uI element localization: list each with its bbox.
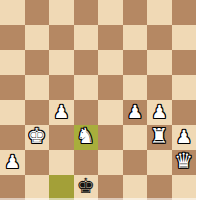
square-g4[interactable]: ♟	[147, 100, 172, 125]
square-b8[interactable]	[25, 0, 50, 25]
white-pawn[interactable]: ♟	[4, 153, 20, 171]
square-h5[interactable]	[172, 75, 197, 100]
square-a8[interactable]	[0, 0, 25, 25]
square-b6[interactable]	[25, 50, 50, 75]
square-c7[interactable]	[49, 25, 74, 50]
square-e4[interactable]	[98, 100, 123, 125]
square-f7[interactable]	[123, 25, 148, 50]
square-g8[interactable]	[147, 0, 172, 25]
white-pawn[interactable]: ♟	[127, 103, 143, 121]
square-f5[interactable]	[123, 75, 148, 100]
square-e8[interactable]	[98, 0, 123, 25]
square-a3[interactable]	[0, 125, 25, 150]
white-queen[interactable]: ♛	[174, 151, 193, 172]
square-a7[interactable]	[0, 25, 25, 50]
square-b5[interactable]	[25, 75, 50, 100]
square-d8[interactable]	[74, 0, 99, 25]
square-a5[interactable]	[0, 75, 25, 100]
white-pawn[interactable]: ♟	[53, 103, 69, 121]
square-e2[interactable]	[98, 150, 123, 175]
square-d5[interactable]	[74, 75, 99, 100]
chess-board: ♟♟♟♚♞♜♟♟♛♚	[0, 0, 196, 200]
square-b1[interactable]	[25, 175, 50, 200]
square-c5[interactable]	[49, 75, 74, 100]
square-c4[interactable]: ♟	[49, 100, 74, 125]
chess-board-container: ♟♟♟♚♞♜♟♟♛♚	[0, 0, 196, 200]
square-h6[interactable]	[172, 50, 197, 75]
square-h1[interactable]	[172, 175, 197, 200]
square-b3[interactable]: ♚	[25, 125, 50, 150]
square-f8[interactable]	[123, 0, 148, 25]
square-g2[interactable]	[147, 150, 172, 175]
square-d2[interactable]	[74, 150, 99, 175]
square-d3[interactable]: ♞	[74, 125, 99, 150]
square-g3[interactable]: ♜	[147, 125, 172, 150]
square-e5[interactable]	[98, 75, 123, 100]
square-h2[interactable]: ♛	[172, 150, 197, 175]
white-knight[interactable]: ♞	[76, 126, 95, 147]
square-h7[interactable]	[172, 25, 197, 50]
square-g1[interactable]	[147, 175, 172, 200]
square-h3[interactable]: ♟	[172, 125, 197, 150]
square-a2[interactable]: ♟	[0, 150, 25, 175]
square-d4[interactable]	[74, 100, 99, 125]
square-e6[interactable]	[98, 50, 123, 75]
square-g6[interactable]	[147, 50, 172, 75]
square-c8[interactable]	[49, 0, 74, 25]
square-d1[interactable]: ♚	[74, 175, 99, 200]
square-e3[interactable]	[98, 125, 123, 150]
white-king[interactable]: ♚	[27, 126, 46, 147]
square-a4[interactable]	[0, 100, 25, 125]
square-f2[interactable]	[123, 150, 148, 175]
white-rook[interactable]: ♜	[150, 126, 169, 147]
square-f3[interactable]	[123, 125, 148, 150]
square-c3[interactable]	[49, 125, 74, 150]
square-f6[interactable]	[123, 50, 148, 75]
square-c1[interactable]	[49, 175, 74, 200]
square-f4[interactable]: ♟	[123, 100, 148, 125]
square-b4[interactable]	[25, 100, 50, 125]
square-f1[interactable]	[123, 175, 148, 200]
white-pawn[interactable]: ♟	[176, 128, 192, 146]
square-e1[interactable]	[98, 175, 123, 200]
square-h8[interactable]	[172, 0, 197, 25]
white-pawn[interactable]: ♟	[151, 103, 167, 121]
square-a1[interactable]	[0, 175, 25, 200]
black-king[interactable]: ♚	[76, 176, 95, 197]
square-e7[interactable]	[98, 25, 123, 50]
square-h4[interactable]	[172, 100, 197, 125]
square-c2[interactable]	[49, 150, 74, 175]
square-b2[interactable]	[25, 150, 50, 175]
square-g5[interactable]	[147, 75, 172, 100]
square-a6[interactable]	[0, 50, 25, 75]
square-g7[interactable]	[147, 25, 172, 50]
square-c6[interactable]	[49, 50, 74, 75]
square-b7[interactable]	[25, 25, 50, 50]
square-d6[interactable]	[74, 50, 99, 75]
square-d7[interactable]	[74, 25, 99, 50]
